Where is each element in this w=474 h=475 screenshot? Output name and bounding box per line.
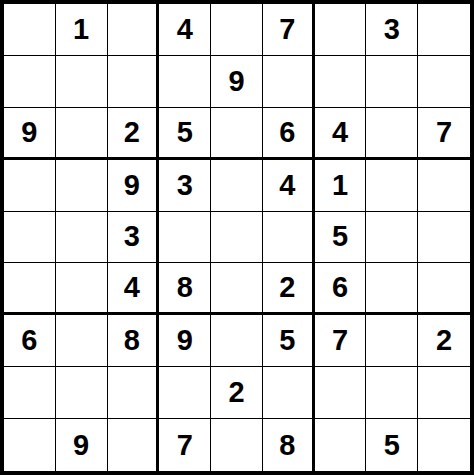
sudoku-cell-r3c5[interactable] — [211, 108, 263, 160]
sudoku-cell-r7c9: 2 — [418, 315, 470, 367]
sudoku-cell-r5c7: 5 — [315, 212, 367, 264]
sudoku-cell-r5c9[interactable] — [418, 212, 470, 264]
sudoku-cell-r6c6: 2 — [263, 263, 315, 315]
sudoku-cell-r8c3[interactable] — [108, 367, 160, 419]
sudoku-cell-r7c4: 9 — [159, 315, 211, 367]
sudoku-cell-r7c2[interactable] — [56, 315, 108, 367]
sudoku-cell-r1c6: 7 — [263, 4, 315, 56]
sudoku-cell-r3c8[interactable] — [366, 108, 418, 160]
sudoku-cell-r2c4[interactable] — [159, 56, 211, 108]
sudoku-cell-r1c1[interactable] — [4, 4, 56, 56]
sudoku-board-container: 14739925647934135482668957229785 — [0, 0, 474, 475]
sudoku-cell-r4c1[interactable] — [4, 160, 56, 212]
sudoku-cell-r2c9[interactable] — [418, 56, 470, 108]
sudoku-cell-r9c2: 9 — [56, 419, 108, 471]
sudoku-cell-r8c9[interactable] — [418, 367, 470, 419]
sudoku-cell-r1c2: 1 — [56, 4, 108, 56]
sudoku-cell-r2c3[interactable] — [108, 56, 160, 108]
sudoku-cell-r5c5[interactable] — [211, 212, 263, 264]
sudoku-cell-r6c1[interactable] — [4, 263, 56, 315]
sudoku-board: 14739925647934135482668957229785 — [0, 0, 474, 475]
sudoku-cell-r4c7: 1 — [315, 160, 367, 212]
sudoku-cell-r4c4: 3 — [159, 160, 211, 212]
sudoku-cell-r9c9[interactable] — [418, 419, 470, 471]
sudoku-cell-r4c6: 4 — [263, 160, 315, 212]
sudoku-cell-r7c5[interactable] — [211, 315, 263, 367]
sudoku-cell-r3c2[interactable] — [56, 108, 108, 160]
sudoku-cell-r6c7: 6 — [315, 263, 367, 315]
sudoku-cell-r3c7: 4 — [315, 108, 367, 160]
sudoku-cell-r6c3: 4 — [108, 263, 160, 315]
sudoku-cell-r8c7[interactable] — [315, 367, 367, 419]
sudoku-cell-r1c9[interactable] — [418, 4, 470, 56]
sudoku-cell-r6c5[interactable] — [211, 263, 263, 315]
sudoku-cell-r3c9: 7 — [418, 108, 470, 160]
sudoku-cell-r5c8[interactable] — [366, 212, 418, 264]
sudoku-cell-r5c1[interactable] — [4, 212, 56, 264]
sudoku-cell-r6c8[interactable] — [366, 263, 418, 315]
sudoku-cell-r9c4: 7 — [159, 419, 211, 471]
sudoku-cell-r9c8: 5 — [366, 419, 418, 471]
sudoku-cell-r1c5[interactable] — [211, 4, 263, 56]
sudoku-cell-r4c8[interactable] — [366, 160, 418, 212]
sudoku-cell-r6c9[interactable] — [418, 263, 470, 315]
sudoku-cell-r4c3: 9 — [108, 160, 160, 212]
sudoku-cell-r8c5: 2 — [211, 367, 263, 419]
sudoku-cell-r3c6: 6 — [263, 108, 315, 160]
sudoku-cell-r8c1[interactable] — [4, 367, 56, 419]
sudoku-cell-r2c2[interactable] — [56, 56, 108, 108]
sudoku-cell-r1c8: 3 — [366, 4, 418, 56]
sudoku-cell-r5c6[interactable] — [263, 212, 315, 264]
sudoku-cell-r3c4: 5 — [159, 108, 211, 160]
sudoku-cell-r9c7[interactable] — [315, 419, 367, 471]
sudoku-cell-r4c5[interactable] — [211, 160, 263, 212]
sudoku-cell-r1c7[interactable] — [315, 4, 367, 56]
sudoku-cell-r8c4[interactable] — [159, 367, 211, 419]
sudoku-cell-r2c7[interactable] — [315, 56, 367, 108]
sudoku-cell-r3c3: 2 — [108, 108, 160, 160]
sudoku-cell-r1c3[interactable] — [108, 4, 160, 56]
sudoku-cell-r6c2[interactable] — [56, 263, 108, 315]
sudoku-cell-r4c2[interactable] — [56, 160, 108, 212]
sudoku-cell-r6c4: 8 — [159, 263, 211, 315]
sudoku-cell-r8c2[interactable] — [56, 367, 108, 419]
sudoku-cell-r5c4[interactable] — [159, 212, 211, 264]
sudoku-cell-r2c6[interactable] — [263, 56, 315, 108]
sudoku-cell-r9c3[interactable] — [108, 419, 160, 471]
sudoku-cell-r3c1: 9 — [4, 108, 56, 160]
sudoku-cell-r1c4: 4 — [159, 4, 211, 56]
sudoku-cell-r5c3: 3 — [108, 212, 160, 264]
sudoku-cell-r5c2[interactable] — [56, 212, 108, 264]
sudoku-cell-r7c6: 5 — [263, 315, 315, 367]
sudoku-cell-r2c1[interactable] — [4, 56, 56, 108]
sudoku-cell-r2c8[interactable] — [366, 56, 418, 108]
sudoku-cell-r8c6[interactable] — [263, 367, 315, 419]
sudoku-cell-r8c8[interactable] — [366, 367, 418, 419]
sudoku-cell-r7c7: 7 — [315, 315, 367, 367]
sudoku-cell-r9c5[interactable] — [211, 419, 263, 471]
sudoku-cell-r9c6: 8 — [263, 419, 315, 471]
sudoku-cell-r7c8[interactable] — [366, 315, 418, 367]
sudoku-cell-r7c1: 6 — [4, 315, 56, 367]
sudoku-cell-r4c9[interactable] — [418, 160, 470, 212]
sudoku-cell-r7c3: 8 — [108, 315, 160, 367]
sudoku-cell-r2c5: 9 — [211, 56, 263, 108]
sudoku-cell-r9c1[interactable] — [4, 419, 56, 471]
